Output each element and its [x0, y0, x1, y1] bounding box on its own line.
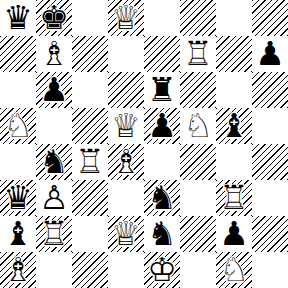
square-f2[interactable]	[180, 216, 216, 252]
black-bishop-glyph: ♝	[3, 216, 33, 252]
square-c4[interactable]: ♜♖	[72, 144, 108, 180]
square-h8[interactable]	[252, 0, 288, 36]
square-c8[interactable]	[72, 0, 108, 36]
square-b8[interactable]: ♚♚	[36, 0, 72, 36]
black-rook-icon: ♜♜	[144, 72, 180, 108]
square-d8[interactable]: ♛♕	[108, 0, 144, 36]
black-pawn-icon: ♟♟	[216, 216, 252, 252]
white-queen-icon: ♛♕	[108, 0, 144, 36]
square-b4[interactable]: ♞♞	[36, 144, 72, 180]
square-h4[interactable]	[252, 144, 288, 180]
square-c5[interactable]	[72, 108, 108, 144]
square-f3[interactable]	[180, 180, 216, 216]
square-g4[interactable]	[216, 144, 252, 180]
square-c7[interactable]	[72, 36, 108, 72]
square-b1[interactable]	[36, 252, 72, 288]
square-a1[interactable]: ♝♗	[0, 252, 36, 288]
black-bishop-icon: ♝♝	[216, 108, 252, 144]
square-e3[interactable]: ♞♞	[144, 180, 180, 216]
black-knight-icon: ♞♞	[144, 216, 180, 252]
white-knight-icon: ♞♘	[216, 252, 252, 288]
square-e5[interactable]: ♟♟	[144, 108, 180, 144]
chess-board: ♛♛♚♚♛♕♝♗♜♖♟♟♟♟♜♜♞♘♛♕♟♟♞♘♝♝♞♞♜♖♝♗♛♛♟♙♞♞♜♖…	[0, 0, 288, 288]
square-f4[interactable]	[180, 144, 216, 180]
square-d5[interactable]: ♛♕	[108, 108, 144, 144]
white-rook-glyph: ♖	[39, 216, 69, 252]
square-e2[interactable]: ♞♞	[144, 216, 180, 252]
black-queen-glyph: ♛	[3, 0, 33, 36]
square-c2[interactable]	[72, 216, 108, 252]
white-bishop-icon: ♝♗	[108, 144, 144, 180]
square-b6[interactable]: ♟♟	[36, 72, 72, 108]
square-f8[interactable]	[180, 0, 216, 36]
white-rook-icon: ♜♖	[36, 216, 72, 252]
black-pawn-icon: ♟♟	[252, 36, 288, 72]
white-knight-icon: ♞♘	[0, 108, 36, 144]
white-rook-icon: ♜♖	[216, 180, 252, 216]
black-pawn-icon: ♟♟	[144, 108, 180, 144]
black-queen-glyph: ♛	[3, 180, 33, 216]
square-h1[interactable]	[252, 252, 288, 288]
square-d4[interactable]: ♝♗	[108, 144, 144, 180]
black-pawn-glyph: ♟	[147, 108, 177, 144]
white-queen-glyph: ♕	[111, 216, 141, 252]
white-king-icon: ♚♔	[144, 252, 180, 288]
white-bishop-glyph: ♗	[39, 36, 69, 72]
black-bishop-icon: ♝♝	[0, 216, 36, 252]
black-rook-glyph: ♜	[147, 72, 177, 108]
square-f5[interactable]: ♞♘	[180, 108, 216, 144]
black-king-glyph: ♚	[39, 0, 69, 36]
square-d2[interactable]: ♛♕	[108, 216, 144, 252]
square-b5[interactable]	[36, 108, 72, 144]
square-g5[interactable]: ♝♝	[216, 108, 252, 144]
square-d3[interactable]	[108, 180, 144, 216]
white-knight-glyph: ♘	[219, 252, 249, 288]
square-h2[interactable]	[252, 216, 288, 252]
square-g8[interactable]	[216, 0, 252, 36]
white-pawn-glyph: ♙	[39, 180, 69, 216]
white-queen-icon: ♛♕	[108, 108, 144, 144]
square-f1[interactable]	[180, 252, 216, 288]
white-bishop-glyph: ♗	[3, 252, 33, 288]
square-e1[interactable]: ♚♔	[144, 252, 180, 288]
square-a3[interactable]: ♛♛	[0, 180, 36, 216]
square-c3[interactable]	[72, 180, 108, 216]
black-pawn-glyph: ♟	[219, 216, 249, 252]
white-queen-glyph: ♕	[111, 0, 141, 36]
white-rook-icon: ♜♖	[180, 36, 216, 72]
square-a4[interactable]	[0, 144, 36, 180]
square-b2[interactable]: ♜♖	[36, 216, 72, 252]
square-g7[interactable]	[216, 36, 252, 72]
square-g1[interactable]: ♞♘	[216, 252, 252, 288]
square-e8[interactable]	[144, 0, 180, 36]
white-knight-glyph: ♘	[3, 108, 33, 144]
black-bishop-glyph: ♝	[219, 108, 249, 144]
square-e7[interactable]	[144, 36, 180, 72]
white-queen-icon: ♛♕	[108, 216, 144, 252]
black-pawn-glyph: ♟	[39, 72, 69, 108]
black-king-icon: ♚♚	[36, 0, 72, 36]
black-knight-icon: ♞♞	[144, 180, 180, 216]
square-g3[interactable]: ♜♖	[216, 180, 252, 216]
white-knight-icon: ♞♘	[180, 108, 216, 144]
black-queen-icon: ♛♛	[0, 180, 36, 216]
square-a7[interactable]	[0, 36, 36, 72]
black-pawn-icon: ♟♟	[36, 72, 72, 108]
square-a2[interactable]: ♝♝	[0, 216, 36, 252]
white-bishop-icon: ♝♗	[0, 252, 36, 288]
white-pawn-icon: ♟♙	[36, 180, 72, 216]
white-queen-glyph: ♕	[111, 108, 141, 144]
black-knight-glyph: ♞	[147, 216, 177, 252]
square-h6[interactable]	[252, 72, 288, 108]
square-e4[interactable]	[144, 144, 180, 180]
square-d7[interactable]	[108, 36, 144, 72]
white-rook-glyph: ♖	[219, 180, 249, 216]
square-h5[interactable]	[252, 108, 288, 144]
chess-diagram: ♛♛♚♚♛♕♝♗♜♖♟♟♟♟♜♜♞♘♛♕♟♟♞♘♝♝♞♞♜♖♝♗♛♛♟♙♞♞♜♖…	[0, 0, 288, 288]
square-f6[interactable]	[180, 72, 216, 108]
square-c6[interactable]	[72, 72, 108, 108]
black-queen-icon: ♛♛	[0, 0, 36, 36]
square-h3[interactable]	[252, 180, 288, 216]
square-h7[interactable]: ♟♟	[252, 36, 288, 72]
white-king-glyph: ♔	[147, 252, 177, 288]
black-knight-icon: ♞♞	[36, 144, 72, 180]
square-a6[interactable]	[0, 72, 36, 108]
black-knight-glyph: ♞	[39, 144, 69, 180]
square-g6[interactable]	[216, 72, 252, 108]
square-d1[interactable]	[108, 252, 144, 288]
black-knight-glyph: ♞	[147, 180, 177, 216]
black-pawn-glyph: ♟	[255, 36, 285, 72]
square-d6[interactable]	[108, 72, 144, 108]
square-b7[interactable]: ♝♗	[36, 36, 72, 72]
white-knight-glyph: ♘	[183, 108, 213, 144]
white-bishop-icon: ♝♗	[36, 36, 72, 72]
square-a8[interactable]: ♛♛	[0, 0, 36, 36]
square-a5[interactable]: ♞♘	[0, 108, 36, 144]
square-e6[interactable]: ♜♜	[144, 72, 180, 108]
white-rook-glyph: ♖	[183, 36, 213, 72]
white-rook-glyph: ♖	[75, 144, 105, 180]
white-bishop-glyph: ♗	[111, 144, 141, 180]
white-rook-icon: ♜♖	[72, 144, 108, 180]
square-f7[interactable]: ♜♖	[180, 36, 216, 72]
square-g2[interactable]: ♟♟	[216, 216, 252, 252]
square-c1[interactable]	[72, 252, 108, 288]
square-b3[interactable]: ♟♙	[36, 180, 72, 216]
